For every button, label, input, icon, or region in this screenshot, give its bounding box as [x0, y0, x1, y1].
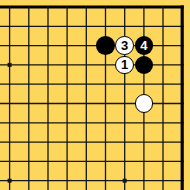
stone-white-1-Q16: 1 — [115, 56, 134, 75]
stone-black-4-R17: 4 — [135, 36, 154, 55]
star-point-k10 — [8, 179, 12, 183]
goban-grid — [0, 0, 190, 190]
go-board-diagram: 3 4 1 — [0, 0, 190, 190]
stone-label: 3 — [121, 39, 128, 52]
stone-label: 1 — [121, 58, 128, 71]
stone-black-P17 — [96, 36, 115, 55]
stone-white-3-Q17: 3 — [115, 36, 134, 55]
stone-white-R14 — [135, 94, 154, 113]
star-point-q10 — [123, 179, 127, 183]
stone-label: 4 — [140, 39, 147, 52]
star-point-k16 — [8, 63, 12, 67]
